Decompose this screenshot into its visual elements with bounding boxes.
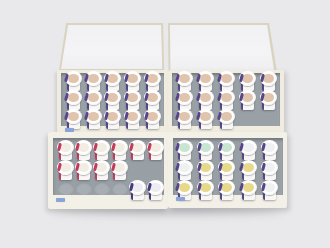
- jar-powder-window: [179, 93, 190, 103]
- lid-face: [59, 23, 165, 71]
- powder-jar-beige: [85, 90, 102, 111]
- jar-slot: [261, 160, 279, 179]
- powder-jar-beige: [85, 109, 102, 130]
- jar-slot: [218, 71, 236, 90]
- jar-powder-window: [221, 74, 232, 84]
- jar-slot: [129, 180, 147, 199]
- empty-well: [58, 182, 74, 195]
- jar-powder-window: [200, 112, 211, 122]
- jar-powder-window: [243, 143, 254, 153]
- powder-jar-white-purple: [129, 180, 146, 201]
- jar-slot: [197, 160, 215, 179]
- jar-powder-window: [88, 112, 99, 122]
- empty-slot: [129, 160, 147, 179]
- jar-slot: [104, 90, 122, 109]
- powder-jar-beige: [239, 90, 256, 111]
- corner-sticker: [176, 197, 185, 201]
- jar-slot: [197, 180, 215, 199]
- empty-well-slot: [93, 180, 111, 199]
- powder-jar-cream-red: [111, 140, 128, 161]
- powder-jar-yellow: [240, 180, 257, 201]
- jar-slot: [65, 90, 83, 109]
- jar-powder-window: [88, 74, 99, 84]
- open-lid-right: [168, 23, 277, 72]
- powder-jar-beige: [124, 109, 141, 130]
- powder-jar-beige: [260, 90, 277, 111]
- powder-jar-pale: [261, 140, 278, 161]
- powder-jar-beige: [218, 71, 235, 92]
- powder-jar-yellow: [240, 160, 257, 181]
- jar-slot: [260, 71, 278, 90]
- jar-powder-window: [179, 143, 190, 153]
- empty-slot: [147, 160, 165, 179]
- empty-slot: [239, 109, 257, 128]
- jar-slot: [176, 140, 194, 159]
- powder-jar-beige: [197, 90, 214, 111]
- powder-jar-cream-red: [93, 160, 110, 181]
- jar-slot: [218, 180, 236, 199]
- jar-powder-window: [179, 163, 190, 173]
- empty-well-slot: [75, 180, 93, 199]
- jar-slot: [124, 71, 142, 90]
- jar-powder-window: [68, 74, 79, 84]
- jar-slot: [57, 160, 75, 179]
- empty-well: [94, 182, 110, 195]
- jar-slot: [176, 90, 194, 109]
- powder-jar-yellow: [197, 180, 214, 201]
- jar-powder-window: [200, 93, 211, 103]
- powder-jar-beige: [197, 109, 214, 130]
- powder-jar-yellow: [218, 160, 235, 181]
- powder-jar-beige: [144, 109, 161, 130]
- powder-jar-cream-red: [147, 140, 164, 161]
- empty-well: [112, 182, 128, 195]
- box-top-left: [57, 70, 168, 133]
- powder-jar-beige: [218, 90, 235, 111]
- powder-jar-beige: [65, 109, 82, 130]
- powder-jar-mint: [197, 140, 214, 161]
- jar-slot: [260, 90, 278, 109]
- jar-slot: [124, 90, 142, 109]
- empty-slot: [260, 109, 278, 128]
- box-bottom-right: [168, 132, 287, 208]
- powder-jar-beige: [124, 90, 141, 111]
- jar-slot: [57, 140, 75, 159]
- powder-jar-cream-red: [57, 140, 74, 161]
- jar-slot: [197, 109, 215, 128]
- jar-powder-window: [88, 93, 99, 103]
- powder-jar-pale: [261, 160, 278, 181]
- photo-background: [0, 0, 330, 248]
- powder-jar-pale: [240, 140, 257, 161]
- powder-jar-beige: [104, 109, 121, 130]
- powder-jar-beige: [176, 109, 193, 130]
- powder-jar-beige: [85, 71, 102, 92]
- powder-jar-pale: [261, 180, 278, 201]
- jar-slot: [93, 160, 111, 179]
- jar-slot: [104, 71, 122, 90]
- jar-grid-top-left: [64, 71, 163, 128]
- jar-powder-window: [68, 93, 79, 103]
- powder-jar-beige: [144, 90, 161, 111]
- powder-jar-yellow: [197, 160, 214, 181]
- jar-slot: [104, 109, 122, 128]
- jar-slot: [197, 90, 215, 109]
- powder-jar-beige: [239, 71, 256, 92]
- powder-jar-cream-red: [129, 140, 146, 161]
- jar-powder-window: [68, 112, 79, 122]
- lid-face: [168, 23, 277, 72]
- jar-slot: [147, 180, 165, 199]
- jar-slot: [240, 180, 258, 199]
- jar-powder-window: [179, 74, 190, 84]
- jar-slot: [147, 140, 165, 159]
- jar-slot: [85, 109, 103, 128]
- powder-jar-cream-red: [57, 160, 74, 181]
- powder-jar-beige: [104, 90, 121, 111]
- jar-slot: [197, 140, 215, 159]
- empty-well-slot: [111, 180, 129, 199]
- jar-slot: [93, 140, 111, 159]
- powder-jar-beige: [176, 71, 193, 92]
- empty-well-slot: [57, 180, 75, 199]
- jar-slot: [144, 109, 162, 128]
- jar-slot: [261, 140, 279, 159]
- jar-slot: [240, 140, 258, 159]
- powder-jar-cream-red: [75, 140, 92, 161]
- jar-slot: [111, 160, 129, 179]
- jar-slot: [75, 160, 93, 179]
- box-bottom-left: [48, 132, 168, 209]
- jar-slot: [176, 109, 194, 128]
- jar-powder-window: [221, 93, 232, 103]
- empty-well: [76, 182, 92, 195]
- jar-slot: [261, 180, 279, 199]
- powder-jar-beige: [65, 90, 82, 111]
- jar-slot: [75, 140, 93, 159]
- open-lid-left: [59, 23, 165, 71]
- box-top-right: [168, 70, 284, 133]
- jar-slot: [85, 90, 103, 109]
- corner-sticker: [56, 198, 65, 202]
- jar-powder-window: [242, 93, 253, 103]
- powder-jar-beige: [260, 71, 277, 92]
- jar-slot: [111, 140, 129, 159]
- powder-jar-mint: [218, 140, 235, 161]
- powder-jar-beige: [65, 71, 82, 92]
- jar-powder-window: [242, 74, 253, 84]
- jar-slot: [240, 160, 258, 179]
- jar-slot: [197, 71, 215, 90]
- jar-powder-window: [221, 112, 232, 122]
- powder-jar-cream-red: [75, 160, 92, 181]
- jar-grid-top-right: [174, 71, 280, 128]
- jar-slot: [218, 160, 236, 179]
- jar-slot: [176, 160, 194, 179]
- powder-jar-pale: [176, 160, 193, 181]
- jar-slot: [218, 140, 236, 159]
- jar-slot: [218, 90, 236, 109]
- jar-slot: [144, 90, 162, 109]
- jar-powder-window: [179, 183, 190, 193]
- powder-jar-beige: [176, 90, 193, 111]
- jar-powder-window: [179, 112, 190, 122]
- jar-slot: [129, 140, 147, 159]
- jar-slot: [65, 109, 83, 128]
- jar-grid-bottom-left: [57, 140, 161, 200]
- jar-slot: [85, 71, 103, 90]
- jar-slot: [239, 71, 257, 90]
- powder-jar-beige: [197, 71, 214, 92]
- jar-slot: [176, 71, 194, 90]
- powder-jar-white-purple: [147, 180, 164, 201]
- jar-slot: [239, 90, 257, 109]
- powder-jar-beige: [144, 71, 161, 92]
- jar-slot: [65, 71, 83, 90]
- jar-powder-window: [200, 74, 211, 84]
- jar-grid-bottom-right: [174, 140, 281, 200]
- powder-jar-cream-red: [93, 140, 110, 161]
- jar-powder-window: [243, 163, 254, 173]
- powder-jar-beige: [218, 109, 235, 130]
- powder-jar-cream-red: [111, 160, 128, 181]
- powder-jar-beige: [124, 71, 141, 92]
- jar-powder-window: [243, 183, 254, 193]
- jar-slot: [124, 109, 142, 128]
- jar-slot: [144, 71, 162, 90]
- powder-jar-yellow: [218, 180, 235, 201]
- powder-jar-beige: [104, 71, 121, 92]
- powder-jar-mint: [176, 140, 193, 161]
- jar-slot: [218, 109, 236, 128]
